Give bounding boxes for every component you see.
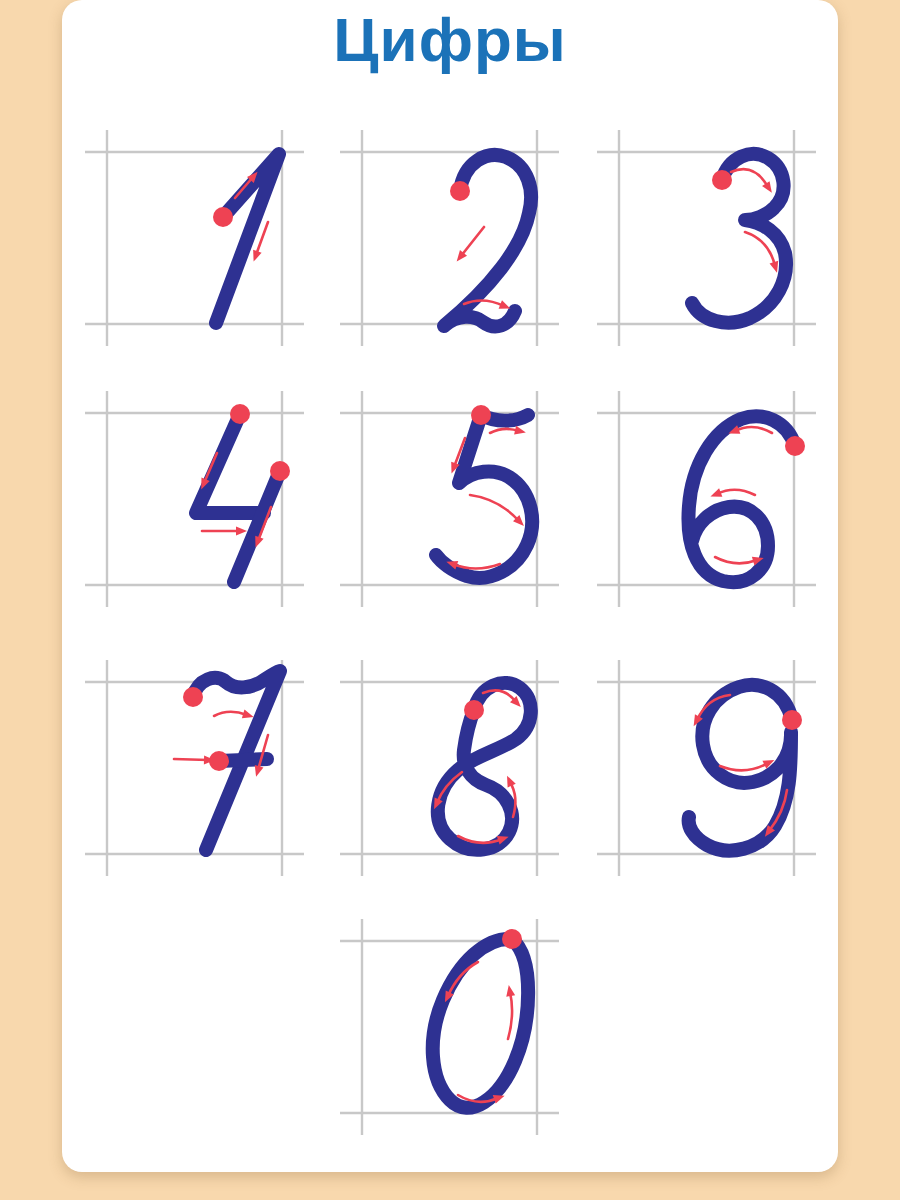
digit-cell-2 — [322, 110, 577, 370]
digit-cell-6 — [579, 371, 834, 631]
digit-cell-4 — [67, 371, 322, 631]
poster-title: Цифры — [62, 4, 838, 75]
digit-cell-8 — [322, 640, 577, 900]
digit-cell-3 — [579, 110, 834, 370]
digit-cell-7 — [67, 640, 322, 900]
digit-cell-0 — [322, 899, 577, 1159]
digit-cell-9 — [579, 640, 834, 900]
footer-band: © АО «Издательство «Просвещение», 2021© … — [0, 1172, 900, 1200]
digit-cell-1 — [67, 110, 322, 370]
digit-cell-5 — [322, 371, 577, 631]
